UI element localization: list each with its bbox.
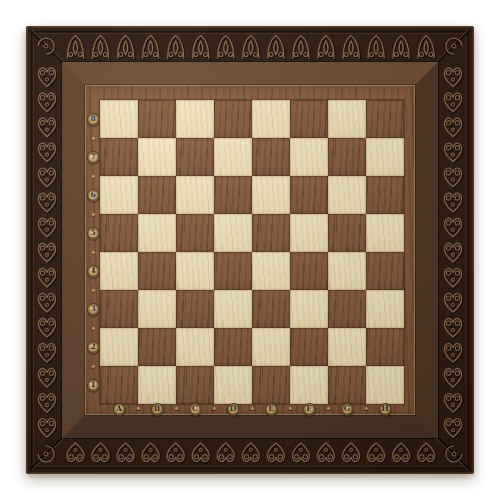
- square-b1[interactable]: [138, 366, 176, 404]
- square-e1[interactable]: [252, 366, 290, 404]
- square-h1[interactable]: [366, 366, 404, 404]
- square-b8[interactable]: [138, 100, 176, 138]
- square-g4[interactable]: [328, 252, 366, 290]
- square-d3[interactable]: [214, 290, 252, 328]
- brass-stud: [137, 407, 140, 410]
- photo-background: 8A7B6C5D4E3F2G1H: [0, 0, 500, 500]
- rank-label-5: 5: [87, 227, 100, 240]
- square-a4[interactable]: [100, 252, 138, 290]
- square-h6[interactable]: [366, 176, 404, 214]
- file-label-g: G: [341, 403, 354, 416]
- square-a7[interactable]: [100, 138, 138, 176]
- square-g1[interactable]: [328, 366, 366, 404]
- chess-board-frame: 8A7B6C5D4E3F2G1H: [26, 26, 474, 474]
- square-d6[interactable]: [214, 176, 252, 214]
- chess-board-grid: [100, 100, 404, 404]
- square-e6[interactable]: [252, 176, 290, 214]
- square-g5[interactable]: [328, 214, 366, 252]
- brass-stud: [327, 407, 330, 410]
- brass-stud: [365, 407, 368, 410]
- square-h2[interactable]: [366, 328, 404, 366]
- square-e4[interactable]: [252, 252, 290, 290]
- square-c7[interactable]: [176, 138, 214, 176]
- file-label-c: C: [189, 403, 202, 416]
- square-a5[interactable]: [100, 214, 138, 252]
- square-g3[interactable]: [328, 290, 366, 328]
- square-b2[interactable]: [138, 328, 176, 366]
- square-f2[interactable]: [290, 328, 328, 366]
- rank-label-3: 3: [87, 303, 100, 316]
- square-f5[interactable]: [290, 214, 328, 252]
- square-c1[interactable]: [176, 366, 214, 404]
- brass-stud: [92, 327, 95, 330]
- square-h5[interactable]: [366, 214, 404, 252]
- brass-stud: [92, 213, 95, 216]
- brass-stud: [175, 407, 178, 410]
- square-f8[interactable]: [290, 100, 328, 138]
- square-f3[interactable]: [290, 290, 328, 328]
- square-c3[interactable]: [176, 290, 214, 328]
- brass-stud: [213, 407, 216, 410]
- square-a3[interactable]: [100, 290, 138, 328]
- square-b7[interactable]: [138, 138, 176, 176]
- square-a6[interactable]: [100, 176, 138, 214]
- square-h8[interactable]: [366, 100, 404, 138]
- file-label-a: A: [113, 403, 126, 416]
- square-d5[interactable]: [214, 214, 252, 252]
- brass-stud: [92, 137, 95, 140]
- square-g6[interactable]: [328, 176, 366, 214]
- file-label-d: D: [227, 403, 240, 416]
- rank-label-8: 8: [87, 113, 100, 126]
- rank-label-6: 6: [87, 189, 100, 202]
- square-g8[interactable]: [328, 100, 366, 138]
- square-g7[interactable]: [328, 138, 366, 176]
- square-f4[interactable]: [290, 252, 328, 290]
- file-label-e: E: [265, 403, 278, 416]
- square-c4[interactable]: [176, 252, 214, 290]
- square-h4[interactable]: [366, 252, 404, 290]
- square-b3[interactable]: [138, 290, 176, 328]
- square-e5[interactable]: [252, 214, 290, 252]
- square-f1[interactable]: [290, 366, 328, 404]
- file-label-f: F: [303, 403, 316, 416]
- file-label-b: B: [151, 403, 164, 416]
- square-e2[interactable]: [252, 328, 290, 366]
- square-c8[interactable]: [176, 100, 214, 138]
- brass-stud: [92, 251, 95, 254]
- square-g2[interactable]: [328, 328, 366, 366]
- square-c5[interactable]: [176, 214, 214, 252]
- square-d1[interactable]: [214, 366, 252, 404]
- rank-label-7: 7: [87, 151, 100, 164]
- square-a1[interactable]: [100, 366, 138, 404]
- square-h3[interactable]: [366, 290, 404, 328]
- square-b5[interactable]: [138, 214, 176, 252]
- square-h7[interactable]: [366, 138, 404, 176]
- square-d8[interactable]: [214, 100, 252, 138]
- square-a8[interactable]: [100, 100, 138, 138]
- square-a2[interactable]: [100, 328, 138, 366]
- rank-label-4: 4: [87, 265, 100, 278]
- brass-stud: [251, 407, 254, 410]
- square-c6[interactable]: [176, 176, 214, 214]
- brass-stud: [92, 289, 95, 292]
- square-b6[interactable]: [138, 176, 176, 214]
- square-d7[interactable]: [214, 138, 252, 176]
- board-surface: 8A7B6C5D4E3F2G1H: [86, 86, 414, 414]
- square-c2[interactable]: [176, 328, 214, 366]
- square-f6[interactable]: [290, 176, 328, 214]
- brass-stud: [92, 365, 95, 368]
- square-e7[interactable]: [252, 138, 290, 176]
- square-b4[interactable]: [138, 252, 176, 290]
- square-d4[interactable]: [214, 252, 252, 290]
- brass-stud: [92, 175, 95, 178]
- square-e3[interactable]: [252, 290, 290, 328]
- file-label-h: H: [379, 403, 392, 416]
- rank-label-1: 1: [87, 379, 100, 392]
- brass-stud: [289, 407, 292, 410]
- rank-label-2: 2: [87, 341, 100, 354]
- square-d2[interactable]: [214, 328, 252, 366]
- square-e8[interactable]: [252, 100, 290, 138]
- square-f7[interactable]: [290, 138, 328, 176]
